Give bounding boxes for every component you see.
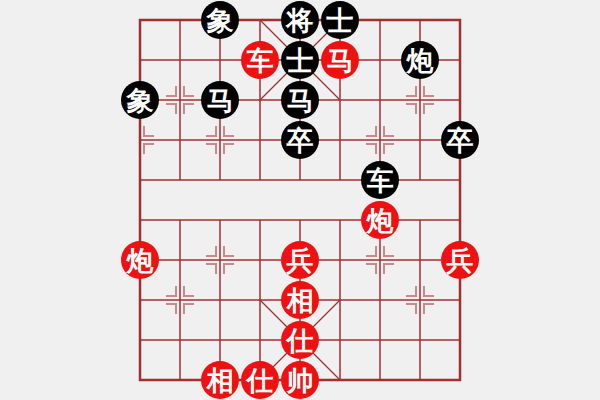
piece-red-cannon[interactable]: 炮 bbox=[361, 201, 399, 239]
piece-black-elephant[interactable]: 象 bbox=[201, 1, 239, 39]
piece-red-cannon[interactable]: 炮 bbox=[121, 241, 159, 279]
piece-red-chariot[interactable]: 车 bbox=[241, 41, 279, 79]
piece-black-horse[interactable]: 马 bbox=[281, 81, 319, 119]
piece-red-general[interactable]: 帅 bbox=[281, 361, 319, 399]
piece-black-horse[interactable]: 马 bbox=[201, 81, 239, 119]
piece-black-advisor[interactable]: 士 bbox=[281, 41, 319, 79]
piece-red-elephant[interactable]: 相 bbox=[201, 361, 239, 399]
piece-red-horse[interactable]: 马 bbox=[321, 41, 359, 79]
piece-red-advisor[interactable]: 仕 bbox=[241, 361, 279, 399]
piece-red-advisor[interactable]: 仕 bbox=[281, 321, 319, 359]
piece-red-soldier[interactable]: 兵 bbox=[441, 241, 479, 279]
piece-black-advisor[interactable]: 士 bbox=[321, 1, 359, 39]
xiangqi-board-stage: 象将士车士马炮象马马卒卒车炮炮兵兵相仕相仕帅 bbox=[0, 0, 600, 400]
piece-red-soldier[interactable]: 兵 bbox=[281, 241, 319, 279]
piece-black-cannon[interactable]: 炮 bbox=[401, 41, 439, 79]
piece-black-soldier[interactable]: 卒 bbox=[441, 121, 479, 159]
piece-black-general[interactable]: 将 bbox=[281, 1, 319, 39]
piece-red-elephant[interactable]: 相 bbox=[281, 281, 319, 319]
piece-black-elephant[interactable]: 象 bbox=[121, 81, 159, 119]
piece-black-soldier[interactable]: 卒 bbox=[281, 121, 319, 159]
piece-black-chariot[interactable]: 车 bbox=[361, 161, 399, 199]
